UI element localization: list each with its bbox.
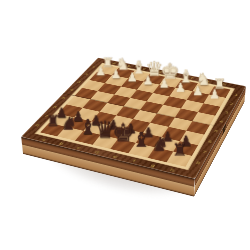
chess-set-scene: abcdefgh abcdefgh 12345678 12345678 ♜♞♝♛… — [0, 0, 250, 250]
hinge-icon — [222, 124, 225, 135]
product-photo-chess-set: abcdefgh abcdefgh 12345678 12345678 ♜♞♝♛… — [0, 0, 250, 250]
chess-board: abcdefgh abcdefgh 12345678 12345678 ♜♞♝♛… — [21, 58, 246, 179]
